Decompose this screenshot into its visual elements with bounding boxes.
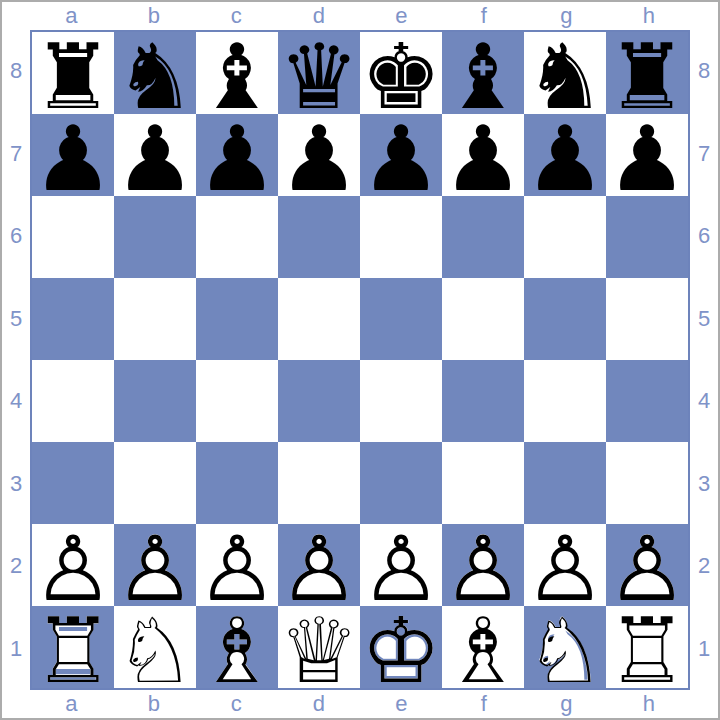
square-d2[interactable]: ♟♙ bbox=[278, 524, 360, 606]
chess-board: ♜♞♝♛♚♝♞♜♟♟♟♟♟♟♟♟♟♙♟♙♟♙♟♙♟♙♟♙♟♙♟♙♜♖♞♘♝♗♛♕… bbox=[30, 30, 690, 690]
square-f8[interactable]: ♝ bbox=[442, 32, 524, 114]
square-h5[interactable] bbox=[606, 278, 688, 360]
rank-label-left-2: 2 bbox=[2, 525, 30, 608]
black-piece-glyph: ♝ bbox=[196, 36, 278, 118]
square-g2[interactable]: ♟♙ bbox=[524, 524, 606, 606]
piece-black-queen[interactable]: ♛ bbox=[278, 32, 360, 114]
square-f4[interactable] bbox=[442, 360, 524, 442]
corner-top-left bbox=[2, 2, 30, 30]
black-piece-glyph: ♟ bbox=[278, 118, 360, 200]
white-piece-outline-layer: ♙ bbox=[32, 528, 114, 610]
white-piece-outline-layer: ♗ bbox=[442, 610, 524, 692]
file-label-top-f: f bbox=[443, 2, 526, 30]
square-c5[interactable] bbox=[196, 278, 278, 360]
square-d7[interactable]: ♟ bbox=[278, 114, 360, 196]
rank-label-left-5: 5 bbox=[2, 278, 30, 361]
file-label-bottom-g: g bbox=[525, 690, 608, 718]
white-piece-fill-layer: ♟ bbox=[606, 528, 688, 610]
white-piece-outline-layer: ♖ bbox=[606, 610, 688, 692]
file-label-top-c: c bbox=[195, 2, 278, 30]
rank-label-left-1: 1 bbox=[2, 608, 30, 691]
rank-label-right-3: 3 bbox=[690, 443, 718, 526]
square-e2[interactable]: ♟♙ bbox=[360, 524, 442, 606]
square-a4[interactable] bbox=[32, 360, 114, 442]
square-h6[interactable] bbox=[606, 196, 688, 278]
white-piece-fill-layer: ♝ bbox=[196, 610, 278, 692]
square-a3[interactable] bbox=[32, 442, 114, 524]
black-piece-glyph: ♝ bbox=[442, 36, 524, 118]
file-label-top-b: b bbox=[113, 2, 196, 30]
piece-white-pawn[interactable]: ♟♙ bbox=[114, 524, 196, 606]
black-piece-glyph: ♛ bbox=[278, 36, 360, 118]
rank-label-right-5: 5 bbox=[690, 278, 718, 361]
rank-labels-right: 87654321 bbox=[690, 30, 718, 690]
rank-label-right-6: 6 bbox=[690, 195, 718, 278]
square-c3[interactable] bbox=[196, 442, 278, 524]
piece-white-pawn[interactable]: ♟♙ bbox=[606, 524, 688, 606]
file-label-bottom-d: d bbox=[278, 690, 361, 718]
piece-white-bishop[interactable]: ♝♗ bbox=[196, 606, 278, 688]
file-label-bottom-c: c bbox=[195, 690, 278, 718]
square-a5[interactable] bbox=[32, 278, 114, 360]
white-piece-outline-layer: ♕ bbox=[278, 610, 360, 692]
square-d6[interactable] bbox=[278, 196, 360, 278]
piece-black-pawn[interactable]: ♟ bbox=[114, 114, 196, 196]
square-h8[interactable]: ♜ bbox=[606, 32, 688, 114]
square-c4[interactable] bbox=[196, 360, 278, 442]
square-f7[interactable]: ♟ bbox=[442, 114, 524, 196]
piece-white-pawn[interactable]: ♟♙ bbox=[196, 524, 278, 606]
piece-black-bishop[interactable]: ♝ bbox=[442, 32, 524, 114]
square-f5[interactable] bbox=[442, 278, 524, 360]
white-piece-outline-layer: ♙ bbox=[442, 528, 524, 610]
piece-white-pawn[interactable]: ♟♙ bbox=[442, 524, 524, 606]
piece-white-pawn[interactable]: ♟♙ bbox=[32, 524, 114, 606]
chess-board-page: abcdefgh 87654321 ♜♞♝♛♚♝♞♜♟♟♟♟♟♟♟♟♟♙♟♙♟♙… bbox=[0, 0, 720, 720]
white-piece-outline-layer: ♙ bbox=[524, 528, 606, 610]
square-g1[interactable]: ♞♘ bbox=[524, 606, 606, 688]
piece-white-knight[interactable]: ♞♘ bbox=[114, 606, 196, 688]
square-e1[interactable]: ♚♔ bbox=[360, 606, 442, 688]
black-piece-glyph: ♟ bbox=[442, 118, 524, 200]
file-label-bottom-h: h bbox=[608, 690, 691, 718]
file-labels-bottom: abcdefgh bbox=[30, 690, 690, 718]
rank-label-right-1: 1 bbox=[690, 608, 718, 691]
white-piece-outline-layer: ♘ bbox=[114, 610, 196, 692]
square-e6[interactable] bbox=[360, 196, 442, 278]
square-f6[interactable] bbox=[442, 196, 524, 278]
square-g7[interactable]: ♟ bbox=[524, 114, 606, 196]
piece-black-pawn[interactable]: ♟ bbox=[360, 114, 442, 196]
square-d4[interactable] bbox=[278, 360, 360, 442]
piece-black-pawn[interactable]: ♟ bbox=[442, 114, 524, 196]
square-b7[interactable]: ♟ bbox=[114, 114, 196, 196]
rank-label-left-3: 3 bbox=[2, 443, 30, 526]
file-labels-top: abcdefgh bbox=[30, 2, 690, 30]
rank-label-right-4: 4 bbox=[690, 360, 718, 443]
file-label-top-a: a bbox=[30, 2, 113, 30]
square-h2[interactable]: ♟♙ bbox=[606, 524, 688, 606]
file-label-bottom-b: b bbox=[113, 690, 196, 718]
piece-black-pawn[interactable]: ♟ bbox=[278, 114, 360, 196]
black-piece-glyph: ♞ bbox=[524, 36, 606, 118]
white-piece-outline-layer: ♖ bbox=[32, 610, 114, 692]
square-e3[interactable] bbox=[360, 442, 442, 524]
rank-labels-left: 87654321 bbox=[2, 30, 30, 690]
black-piece-glyph: ♟ bbox=[114, 118, 196, 200]
square-d5[interactable] bbox=[278, 278, 360, 360]
piece-white-knight[interactable]: ♞♘ bbox=[524, 606, 606, 688]
piece-black-knight[interactable]: ♞ bbox=[114, 32, 196, 114]
square-a1[interactable]: ♜♖ bbox=[32, 606, 114, 688]
square-g6[interactable] bbox=[524, 196, 606, 278]
square-h1[interactable]: ♜♖ bbox=[606, 606, 688, 688]
piece-white-rook[interactable]: ♜♖ bbox=[32, 606, 114, 688]
square-f1[interactable]: ♝♗ bbox=[442, 606, 524, 688]
black-piece-glyph: ♟ bbox=[196, 118, 278, 200]
white-piece-fill-layer: ♟ bbox=[442, 528, 524, 610]
white-piece-outline-layer: ♙ bbox=[360, 528, 442, 610]
black-piece-glyph: ♟ bbox=[524, 118, 606, 200]
white-piece-outline-layer: ♙ bbox=[196, 528, 278, 610]
piece-white-pawn[interactable]: ♟♙ bbox=[278, 524, 360, 606]
white-piece-fill-layer: ♟ bbox=[114, 528, 196, 610]
square-c7[interactable]: ♟ bbox=[196, 114, 278, 196]
square-d8[interactable]: ♛ bbox=[278, 32, 360, 114]
black-piece-glyph: ♜ bbox=[32, 36, 114, 118]
rank-label-right-2: 2 bbox=[690, 525, 718, 608]
black-piece-glyph: ♟ bbox=[32, 118, 114, 200]
file-label-top-g: g bbox=[525, 2, 608, 30]
piece-white-rook[interactable]: ♜♖ bbox=[606, 606, 688, 688]
file-label-top-d: d bbox=[278, 2, 361, 30]
square-b5[interactable] bbox=[114, 278, 196, 360]
square-e7[interactable]: ♟ bbox=[360, 114, 442, 196]
square-g8[interactable]: ♞ bbox=[524, 32, 606, 114]
piece-white-king[interactable]: ♚♔ bbox=[360, 606, 442, 688]
square-h7[interactable]: ♟ bbox=[606, 114, 688, 196]
white-piece-fill-layer: ♞ bbox=[114, 610, 196, 692]
white-piece-fill-layer: ♟ bbox=[196, 528, 278, 610]
black-piece-glyph: ♜ bbox=[606, 36, 688, 118]
black-piece-glyph: ♟ bbox=[606, 118, 688, 200]
white-piece-fill-layer: ♚ bbox=[360, 610, 442, 692]
white-piece-outline-layer: ♘ bbox=[524, 610, 606, 692]
white-piece-fill-layer: ♝ bbox=[442, 610, 524, 692]
square-e5[interactable] bbox=[360, 278, 442, 360]
white-piece-outline-layer: ♙ bbox=[606, 528, 688, 610]
file-label-bottom-f: f bbox=[443, 690, 526, 718]
black-piece-glyph: ♚ bbox=[360, 36, 442, 118]
square-e8[interactable]: ♚ bbox=[360, 32, 442, 114]
white-piece-fill-layer: ♜ bbox=[606, 610, 688, 692]
piece-white-pawn[interactable]: ♟♙ bbox=[524, 524, 606, 606]
piece-white-queen[interactable]: ♛♕ bbox=[278, 606, 360, 688]
square-f3[interactable] bbox=[442, 442, 524, 524]
piece-black-knight[interactable]: ♞ bbox=[524, 32, 606, 114]
square-c2[interactable]: ♟♙ bbox=[196, 524, 278, 606]
white-piece-fill-layer: ♟ bbox=[32, 528, 114, 610]
white-piece-outline-layer: ♗ bbox=[196, 610, 278, 692]
rank-label-left-6: 6 bbox=[2, 195, 30, 278]
square-c8[interactable]: ♝ bbox=[196, 32, 278, 114]
rank-label-right-8: 8 bbox=[690, 30, 718, 113]
corner-top-right bbox=[690, 2, 718, 30]
piece-black-rook[interactable]: ♜ bbox=[606, 32, 688, 114]
rank-label-left-4: 4 bbox=[2, 360, 30, 443]
piece-black-bishop[interactable]: ♝ bbox=[196, 32, 278, 114]
square-d1[interactable]: ♛♕ bbox=[278, 606, 360, 688]
white-piece-fill-layer: ♛ bbox=[278, 610, 360, 692]
square-b6[interactable] bbox=[114, 196, 196, 278]
square-g3[interactable] bbox=[524, 442, 606, 524]
square-b2[interactable]: ♟♙ bbox=[114, 524, 196, 606]
file-label-top-e: e bbox=[360, 2, 443, 30]
piece-black-pawn[interactable]: ♟ bbox=[524, 114, 606, 196]
square-a7[interactable]: ♟ bbox=[32, 114, 114, 196]
white-piece-fill-layer: ♟ bbox=[360, 528, 442, 610]
square-a6[interactable] bbox=[32, 196, 114, 278]
white-piece-fill-layer: ♟ bbox=[524, 528, 606, 610]
file-label-bottom-e: e bbox=[360, 690, 443, 718]
rank-label-right-7: 7 bbox=[690, 113, 718, 196]
piece-black-pawn[interactable]: ♟ bbox=[196, 114, 278, 196]
square-f2[interactable]: ♟♙ bbox=[442, 524, 524, 606]
square-b4[interactable] bbox=[114, 360, 196, 442]
white-piece-outline-layer: ♔ bbox=[360, 610, 442, 692]
corner-bottom-right bbox=[690, 690, 718, 718]
square-c6[interactable] bbox=[196, 196, 278, 278]
piece-black-pawn[interactable]: ♟ bbox=[32, 114, 114, 196]
rank-label-left-7: 7 bbox=[2, 113, 30, 196]
white-piece-outline-layer: ♙ bbox=[278, 528, 360, 610]
piece-black-pawn[interactable]: ♟ bbox=[606, 114, 688, 196]
rank-label-left-8: 8 bbox=[2, 30, 30, 113]
corner-bottom-left bbox=[2, 690, 30, 718]
square-h3[interactable] bbox=[606, 442, 688, 524]
white-piece-outline-layer: ♙ bbox=[114, 528, 196, 610]
square-g4[interactable] bbox=[524, 360, 606, 442]
square-b8[interactable]: ♞ bbox=[114, 32, 196, 114]
black-piece-glyph: ♞ bbox=[114, 36, 196, 118]
square-g5[interactable] bbox=[524, 278, 606, 360]
white-piece-fill-layer: ♟ bbox=[278, 528, 360, 610]
square-e4[interactable] bbox=[360, 360, 442, 442]
white-piece-fill-layer: ♞ bbox=[524, 610, 606, 692]
file-label-bottom-a: a bbox=[30, 690, 113, 718]
piece-white-pawn[interactable]: ♟♙ bbox=[360, 524, 442, 606]
square-a2[interactable]: ♟♙ bbox=[32, 524, 114, 606]
black-piece-glyph: ♟ bbox=[360, 118, 442, 200]
square-h4[interactable] bbox=[606, 360, 688, 442]
piece-white-bishop[interactable]: ♝♗ bbox=[442, 606, 524, 688]
piece-black-king[interactable]: ♚ bbox=[360, 32, 442, 114]
square-b3[interactable] bbox=[114, 442, 196, 524]
square-d3[interactable] bbox=[278, 442, 360, 524]
square-a8[interactable]: ♜ bbox=[32, 32, 114, 114]
piece-black-rook[interactable]: ♜ bbox=[32, 32, 114, 114]
file-label-top-h: h bbox=[608, 2, 691, 30]
white-piece-fill-layer: ♜ bbox=[32, 610, 114, 692]
square-b1[interactable]: ♞♘ bbox=[114, 606, 196, 688]
square-c1[interactable]: ♝♗ bbox=[196, 606, 278, 688]
